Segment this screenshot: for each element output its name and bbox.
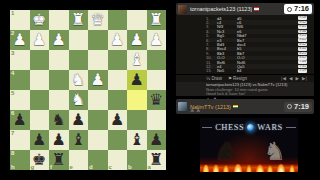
rank-label: 6	[11, 110, 14, 117]
opponent-name[interactable]: tornantpackets123 (1123)	[190, 6, 252, 12]
game-controls: ½ Draw ⚑ Resign |◀ ◀ ▶ ▶|	[176, 74, 314, 81]
square-g8[interactable]: g♚	[30, 150, 50, 170]
black-bishop-piece[interactable]: ♝	[69, 130, 89, 150]
file-label: h	[11, 164, 15, 170]
square-e1[interactable]: ♜	[69, 10, 89, 30]
square-c4[interactable]	[108, 70, 128, 90]
move-clock: 7:19	[298, 69, 307, 73]
opponent-avatar	[178, 5, 187, 14]
black-knight-piece[interactable]: ♞	[49, 110, 69, 130]
nav-first-button[interactable]: |◀	[281, 76, 286, 81]
square-a6[interactable]	[147, 110, 167, 130]
white-rook-piece[interactable]: ♜	[69, 10, 89, 30]
square-e2[interactable]	[69, 30, 89, 50]
square-b8[interactable]: b	[127, 150, 147, 170]
square-c7[interactable]	[108, 130, 128, 150]
square-g6[interactable]	[30, 110, 50, 130]
square-f6[interactable]: ♞	[49, 110, 69, 130]
square-f1[interactable]	[49, 10, 69, 30]
square-h4[interactable]: 4	[10, 70, 30, 90]
square-h5[interactable]: 5	[10, 90, 30, 110]
white-pawn-piece[interactable]: ♟	[30, 30, 50, 50]
rank-label: 4	[11, 70, 14, 77]
square-c6[interactable]: ♟	[108, 110, 128, 130]
square-f7[interactable]: ♟	[49, 130, 69, 150]
white-king-piece[interactable]: ♚	[30, 10, 50, 30]
square-b2[interactable]: ♟	[127, 30, 147, 50]
square-h1[interactable]: 1	[10, 10, 30, 30]
white-queen-piece[interactable]: ♛	[88, 10, 108, 30]
resign-flag-icon: ⚑	[228, 76, 232, 81]
rank-label: 7	[11, 130, 14, 137]
square-e7[interactable]: ♝	[69, 130, 89, 150]
file-label: d	[89, 164, 93, 170]
move-number: 13.	[206, 69, 217, 73]
white-pawn-piece[interactable]: ♟	[108, 30, 128, 50]
square-b5[interactable]	[127, 90, 147, 110]
square-a2[interactable]: ♟	[147, 30, 167, 50]
file-label: e	[70, 164, 73, 170]
rank-label: 3	[11, 50, 14, 57]
square-g4[interactable]	[30, 70, 50, 90]
square-f3[interactable]	[49, 50, 69, 70]
captured-pieces: ♙ ♙	[190, 108, 201, 113]
player-clock-time: 7:19	[294, 103, 309, 111]
square-a4[interactable]	[147, 70, 167, 90]
player-clock: 7:19	[284, 102, 312, 112]
resign-label: Resign	[233, 76, 247, 81]
file-label: g	[31, 164, 35, 170]
black-bishop-piece[interactable]: ♝	[127, 130, 147, 150]
player-avatar	[178, 102, 187, 111]
file-label: b	[128, 164, 132, 170]
draw-icon: ½	[206, 76, 210, 81]
white-pawn-piece[interactable]: ♟	[49, 30, 69, 50]
banner-title-wars: WARS	[257, 122, 283, 132]
square-a7[interactable]: ♟	[147, 130, 167, 150]
black-pawn-piece[interactable]: ♟	[108, 110, 128, 130]
square-d8[interactable]: d	[88, 150, 108, 170]
square-g2[interactable]: ♟	[30, 30, 50, 50]
square-g1[interactable]: ♚	[30, 10, 50, 30]
white-bishop-piece[interactable]: ♝	[127, 50, 147, 70]
square-f8[interactable]: f♜	[49, 150, 69, 170]
black-pawn-piece[interactable]: ♟	[30, 130, 50, 150]
move-nav: |◀ ◀ ▶ ▶|	[281, 76, 307, 81]
square-d1[interactable]: ♛	[88, 10, 108, 30]
square-a1[interactable]: ♜	[147, 10, 167, 30]
opponent-clock: 7:16	[284, 4, 312, 14]
opponent-clock-time: 7:16	[294, 5, 309, 13]
banner-rule-left	[202, 127, 212, 128]
white-rook-piece[interactable]: ♜	[147, 10, 167, 30]
rank-label: 8	[11, 150, 14, 157]
square-a5[interactable]: ♛	[147, 90, 167, 110]
black-pawn-piece[interactable]: ♟	[49, 130, 69, 150]
ad-banner[interactable]: CHESS WARS ♞ ♞	[200, 118, 298, 172]
nav-back-button[interactable]: ◀	[289, 76, 292, 81]
sidebar: tornantpackets123 (1123) 7:16 1.d4d59:58…	[168, 0, 320, 180]
file-label: a	[148, 164, 151, 170]
chat-area[interactable]: tornantpackets123 (1123) vs NalimTTv (12…	[176, 82, 314, 96]
square-b7[interactable]: ♝	[127, 130, 147, 150]
square-f5[interactable]	[49, 90, 69, 110]
square-c5[interactable]	[108, 90, 128, 110]
rank-label: 2	[11, 30, 14, 37]
rank-label: 5	[11, 90, 14, 97]
square-c2[interactable]: ♟	[108, 30, 128, 50]
nav-last-button[interactable]: ▶|	[302, 76, 307, 81]
draw-label: Draw	[211, 76, 222, 81]
file-label: f	[50, 164, 52, 170]
white-move: Ne5	[217, 69, 237, 73]
square-f2[interactable]: ♟	[49, 30, 69, 50]
square-d4[interactable]: ♟	[88, 70, 108, 90]
square-c1[interactable]	[108, 10, 128, 30]
file-label: c	[109, 164, 112, 170]
square-e5[interactable]: ♞	[69, 90, 89, 110]
black-move: b4	[237, 69, 257, 73]
square-g3[interactable]	[30, 50, 50, 70]
square-g7[interactable]: ♟	[30, 130, 50, 150]
black-pawn-piece[interactable]: ♟	[147, 130, 167, 150]
white-knight-piece[interactable]: ♞	[69, 70, 89, 90]
square-d7[interactable]	[88, 130, 108, 150]
white-pawn-piece[interactable]: ♟	[88, 70, 108, 90]
square-c3[interactable]	[108, 50, 128, 70]
square-h7[interactable]: 7	[10, 130, 30, 150]
square-e6[interactable]: ♟	[69, 110, 89, 130]
chess-board: 1♚♜♛♜2♟♟♟♟♟♟3♝4♞♟♟5♞♛6♟♞♟♟7♟♟♝♝♟8hg♚f♜ed…	[10, 10, 166, 170]
square-h6[interactable]: 6♟	[10, 110, 30, 130]
game-panel: 1.d4d59:582.c4c69:523.Nf3Nf69:454.Nc3e69…	[176, 15, 314, 96]
white-pawn-piece[interactable]: ♟	[127, 30, 147, 50]
square-d5[interactable]	[88, 90, 108, 110]
square-g5[interactable]	[30, 90, 50, 110]
draw-button[interactable]: ½ Draw	[206, 76, 222, 81]
banner-rule-right	[286, 127, 296, 128]
square-d6[interactable]	[88, 110, 108, 130]
banner-orb-icon	[247, 124, 254, 131]
nav-forward-button[interactable]: ▶	[296, 76, 299, 81]
player-flag-icon	[233, 105, 238, 109]
opponent-flag-icon	[254, 7, 259, 11]
square-b4[interactable]: ♟	[127, 70, 147, 90]
rank-label: 1	[11, 10, 14, 17]
move-row[interactable]: 13.Ne5b47:19	[206, 69, 307, 73]
white-pawn-piece[interactable]: ♟	[147, 30, 167, 50]
square-b3[interactable]: ♝	[127, 50, 147, 70]
black-queen-piece[interactable]: ♛	[147, 90, 167, 110]
square-a3[interactable]	[147, 50, 167, 70]
white-knight-piece[interactable]: ♞	[69, 90, 89, 110]
square-b1[interactable]	[127, 10, 147, 30]
banner-title-chess: CHESS	[215, 122, 244, 132]
player-bar: NalimTTv (1213) ♙ ♙ 7:19	[176, 99, 314, 114]
banner-flames	[200, 157, 298, 172]
app-window: 1♚♜♛♜2♟♟♟♟♟♟3♝4♞♟♟5♞♛6♟♞♟♟7♟♟♝♝♟8hg♚f♜ed…	[0, 0, 320, 180]
square-f4[interactable]	[49, 70, 69, 90]
square-d3[interactable]	[88, 50, 108, 70]
square-c8[interactable]: c	[108, 150, 128, 170]
square-h3[interactable]: 3	[10, 50, 30, 70]
square-e8[interactable]: e	[69, 150, 89, 170]
move-list: 1.d4d59:582.c4c69:523.Nf3Nf69:454.Nc3e69…	[176, 16, 314, 73]
clock-icon	[287, 7, 292, 12]
opponent-bar: tornantpackets123 (1123) 7:16	[176, 3, 314, 15]
black-pawn-piece[interactable]: ♟	[127, 70, 147, 90]
square-a8[interactable]: a♜	[147, 150, 167, 170]
square-b6[interactable]	[127, 110, 147, 130]
clock-icon	[287, 104, 292, 109]
black-pawn-piece[interactable]: ♟	[69, 110, 89, 130]
banner-title: CHESS WARS	[200, 122, 298, 132]
square-h2[interactable]: 2♟	[10, 30, 30, 50]
square-e3[interactable]	[69, 50, 89, 70]
square-d2[interactable]	[88, 30, 108, 50]
square-e4[interactable]: ♞	[69, 70, 89, 90]
resign-button[interactable]: ⚑ Resign	[228, 76, 247, 81]
square-h8[interactable]: 8h	[10, 150, 30, 170]
